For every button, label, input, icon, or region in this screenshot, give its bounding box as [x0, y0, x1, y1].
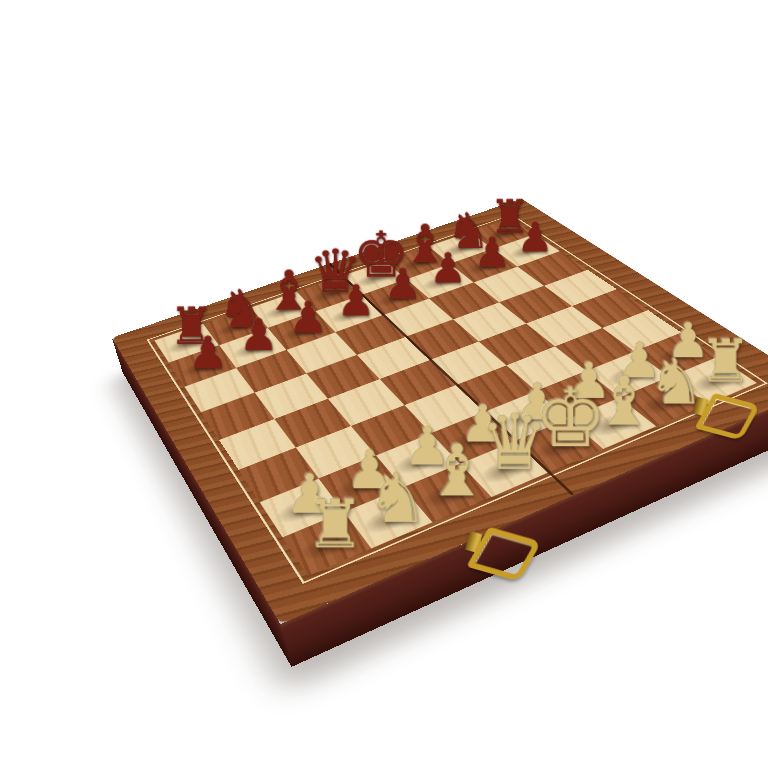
piece-red-pawn-g7[interactable]: ♟: [473, 234, 510, 272]
piece-ivory-bishop-c1[interactable]: ♝: [425, 438, 489, 504]
piece-red-pawn-h7[interactable]: ♟: [517, 219, 553, 256]
piece-red-pawn-b7[interactable]: ♟: [239, 315, 279, 356]
piece-ivory-knight-b1[interactable]: ♞: [366, 466, 428, 530]
board-scene: ♜♞♝♛♚♝♞♜♟♟♟♟♟♟♟♟♟♟♟♟♟♟♟♟♜♞♝♛♚♝♞♜: [0, 0, 768, 768]
piece-red-pawn-f7[interactable]: ♟: [429, 249, 466, 287]
piece-red-pawn-e7[interactable]: ♟: [384, 265, 422, 304]
piece-ivory-rook-a1[interactable]: ♜: [305, 494, 365, 556]
piece-red-pawn-c7[interactable]: ♟: [288, 297, 327, 337]
piece-ivory-rook-h1[interactable]: ♜: [699, 335, 752, 389]
piece-ivory-queen-d1[interactable]: ♛: [480, 408, 549, 479]
chessboard-grid: ♜♞♝♛♚♝♞♜♟♟♟♟♟♟♟♟♟♟♟♟♟♟♟♟♜♞♝♛♚♝♞♜: [154, 218, 757, 576]
product-photo-stage: ♜♞♝♛♚♝♞♜♟♟♟♟♟♟♟♟♟♟♟♟♟♟♟♟♜♞♝♛♚♝♞♜: [0, 0, 768, 768]
piece-red-pawn-d7[interactable]: ♟: [337, 281, 376, 320]
piece-red-pawn-a7[interactable]: ♟: [188, 332, 228, 373]
